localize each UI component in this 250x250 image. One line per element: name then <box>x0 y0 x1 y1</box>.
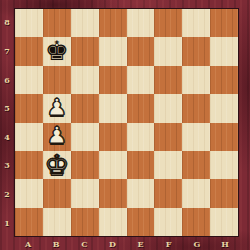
square-f8[interactable] <box>154 9 182 37</box>
square-h4[interactable] <box>210 123 238 151</box>
square-g4[interactable] <box>182 123 210 151</box>
square-b4[interactable]: ♟ <box>43 123 71 151</box>
rank-label-2: 2 <box>0 180 14 209</box>
square-g6[interactable] <box>182 66 210 94</box>
square-h1[interactable] <box>210 208 238 236</box>
file-label-h: H <box>211 237 239 250</box>
file-label-g: G <box>183 237 211 250</box>
square-g7[interactable] <box>182 37 210 65</box>
black-king-icon[interactable]: ♚ <box>45 37 69 64</box>
rank-label-8: 8 <box>0 8 14 37</box>
square-d8[interactable] <box>99 9 127 37</box>
square-a5[interactable] <box>15 94 43 122</box>
square-a2[interactable] <box>15 179 43 207</box>
square-c6[interactable] <box>71 66 99 94</box>
rank-label-7: 7 <box>0 37 14 66</box>
square-e2[interactable] <box>127 179 155 207</box>
square-b1[interactable] <box>43 208 71 236</box>
square-e8[interactable] <box>127 9 155 37</box>
square-f5[interactable] <box>154 94 182 122</box>
square-a4[interactable] <box>15 123 43 151</box>
white-king-icon[interactable]: ♚ <box>45 151 69 178</box>
square-f3[interactable] <box>154 151 182 179</box>
square-h2[interactable] <box>210 179 238 207</box>
square-a1[interactable] <box>15 208 43 236</box>
rank-label-3: 3 <box>0 151 14 180</box>
square-b2[interactable] <box>43 179 71 207</box>
square-c2[interactable] <box>71 179 99 207</box>
square-b5[interactable]: ♟ <box>43 94 71 122</box>
square-e1[interactable] <box>127 208 155 236</box>
square-d2[interactable] <box>99 179 127 207</box>
square-f4[interactable] <box>154 123 182 151</box>
file-label-e: E <box>127 237 155 250</box>
rank-label-6: 6 <box>0 65 14 94</box>
square-b7[interactable]: ♚ <box>43 37 71 65</box>
square-e5[interactable] <box>127 94 155 122</box>
square-g5[interactable] <box>182 94 210 122</box>
file-label-f: F <box>155 237 183 250</box>
square-d5[interactable] <box>99 94 127 122</box>
square-a8[interactable] <box>15 9 43 37</box>
square-c7[interactable] <box>71 37 99 65</box>
square-e7[interactable] <box>127 37 155 65</box>
square-h3[interactable] <box>210 151 238 179</box>
square-d4[interactable] <box>99 123 127 151</box>
square-a3[interactable] <box>15 151 43 179</box>
square-f1[interactable] <box>154 208 182 236</box>
square-h7[interactable] <box>210 37 238 65</box>
file-label-a: A <box>14 237 42 250</box>
square-f6[interactable] <box>154 66 182 94</box>
file-label-b: B <box>42 237 70 250</box>
white-pawn-icon[interactable]: ♟ <box>47 124 68 147</box>
square-b6[interactable] <box>43 66 71 94</box>
rank-label-4: 4 <box>0 123 14 152</box>
square-c3[interactable] <box>71 151 99 179</box>
square-h6[interactable] <box>210 66 238 94</box>
square-g1[interactable] <box>182 208 210 236</box>
rank-label-5: 5 <box>0 94 14 123</box>
white-pawn-icon[interactable]: ♟ <box>47 96 68 119</box>
square-d7[interactable] <box>99 37 127 65</box>
square-g2[interactable] <box>182 179 210 207</box>
chess-board: ♚♟♟♚ <box>14 8 239 237</box>
square-c4[interactable] <box>71 123 99 151</box>
square-g8[interactable] <box>182 9 210 37</box>
square-c5[interactable] <box>71 94 99 122</box>
square-d1[interactable] <box>99 208 127 236</box>
rank-label-1: 1 <box>0 208 14 237</box>
square-g3[interactable] <box>182 151 210 179</box>
square-b3[interactable]: ♚ <box>43 151 71 179</box>
square-c1[interactable] <box>71 208 99 236</box>
board-frame: ♚♟♟♚ 87654321 ABCDEFGH <box>0 0 250 250</box>
file-labels: ABCDEFGH <box>14 237 239 250</box>
rank-labels: 87654321 <box>0 8 14 237</box>
square-h5[interactable] <box>210 94 238 122</box>
square-h8[interactable] <box>210 9 238 37</box>
square-b8[interactable] <box>43 9 71 37</box>
square-e6[interactable] <box>127 66 155 94</box>
square-c8[interactable] <box>71 9 99 37</box>
square-f7[interactable] <box>154 37 182 65</box>
square-a6[interactable] <box>15 66 43 94</box>
square-d3[interactable] <box>99 151 127 179</box>
square-f2[interactable] <box>154 179 182 207</box>
file-label-c: C <box>70 237 98 250</box>
square-e3[interactable] <box>127 151 155 179</box>
file-label-d: D <box>98 237 126 250</box>
square-d6[interactable] <box>99 66 127 94</box>
square-e4[interactable] <box>127 123 155 151</box>
square-a7[interactable] <box>15 37 43 65</box>
